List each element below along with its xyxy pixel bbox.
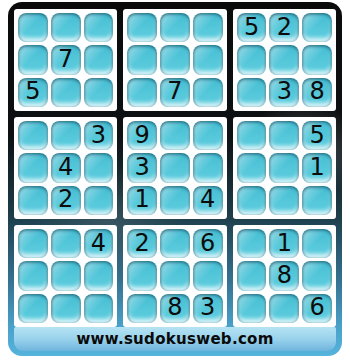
cell-r4c8[interactable] (269, 121, 299, 150)
cell-r7c7[interactable] (237, 229, 267, 258)
cell-r4c1[interactable] (18, 121, 48, 150)
cell-r7c4[interactable]: 2 (127, 229, 157, 258)
cell-r1c4[interactable] (127, 13, 157, 42)
cell-r7c9[interactable] (302, 229, 332, 258)
cell-r9c5[interactable]: 8 (160, 294, 190, 323)
cell-r1c9[interactable] (302, 13, 332, 42)
block-2-3: 51 (233, 117, 336, 219)
cell-r4c9[interactable]: 5 (302, 121, 332, 150)
cell-r8c8[interactable]: 8 (269, 261, 299, 290)
cell-r1c8[interactable]: 2 (269, 13, 299, 42)
sudoku-app: 757523834293145142683186 www.sudokusweb.… (0, 0, 350, 360)
cell-r4c4[interactable]: 9 (127, 121, 157, 150)
block-1-1: 75 (14, 9, 117, 111)
cell-r1c7[interactable]: 5 (237, 13, 267, 42)
cell-r5c8[interactable] (269, 153, 299, 182)
cell-r4c2[interactable] (51, 121, 81, 150)
cell-r9c8[interactable] (269, 294, 299, 323)
cell-r2c6[interactable] (193, 45, 223, 74)
cell-r1c1[interactable] (18, 13, 48, 42)
cell-r2c2[interactable]: 7 (51, 45, 81, 74)
cell-r2c4[interactable] (127, 45, 157, 74)
cell-r7c3[interactable]: 4 (84, 229, 114, 258)
cell-r5c7[interactable] (237, 153, 267, 182)
cell-r4c5[interactable] (160, 121, 190, 150)
given-digit: 3 (200, 295, 215, 321)
site-url: www.sudokusweb.com (76, 330, 273, 348)
block-3-1: 4 (14, 225, 117, 327)
cell-r7c8[interactable]: 1 (269, 229, 299, 258)
cell-r6c6[interactable]: 4 (193, 186, 223, 215)
cell-r6c1[interactable] (18, 186, 48, 215)
given-digit: 5 (244, 15, 259, 41)
block-1-2: 7 (123, 9, 226, 111)
cell-r4c3[interactable]: 3 (84, 121, 114, 150)
given-digit: 2 (135, 231, 150, 257)
cell-r8c6[interactable] (193, 261, 223, 290)
cell-r7c5[interactable] (160, 229, 190, 258)
footer-band: www.sudokusweb.com (14, 327, 336, 351)
cell-r8c2[interactable] (51, 261, 81, 290)
cell-r4c6[interactable] (193, 121, 223, 150)
given-digit: 8 (167, 295, 182, 321)
given-digit: 4 (91, 231, 106, 257)
cell-r2c1[interactable] (18, 45, 48, 74)
cell-r3c1[interactable]: 5 (18, 78, 48, 107)
block-3-2: 2683 (123, 225, 226, 327)
given-digit: 8 (277, 263, 292, 289)
cell-r2c8[interactable] (269, 45, 299, 74)
cell-r4c7[interactable] (237, 121, 267, 150)
given-digit: 1 (309, 155, 324, 181)
cell-r3c4[interactable] (127, 78, 157, 107)
given-digit: 1 (277, 231, 292, 257)
given-digit: 3 (277, 79, 292, 105)
given-digit: 9 (135, 123, 150, 149)
cell-r2c5[interactable] (160, 45, 190, 74)
given-digit: 7 (58, 47, 73, 73)
cell-r7c1[interactable] (18, 229, 48, 258)
cell-r7c2[interactable] (51, 229, 81, 258)
cell-r9c3[interactable] (84, 294, 114, 323)
cell-r6c2[interactable]: 2 (51, 186, 81, 215)
cell-r3c9[interactable]: 8 (302, 78, 332, 107)
given-digit: 4 (200, 187, 215, 213)
cell-r2c3[interactable] (84, 45, 114, 74)
given-digit: 4 (58, 155, 73, 181)
cell-r9c9[interactable]: 6 (302, 294, 332, 323)
cell-r5c1[interactable] (18, 153, 48, 182)
given-digit: 2 (277, 15, 292, 41)
given-digit: 6 (200, 231, 215, 257)
cell-r3c7[interactable] (237, 78, 267, 107)
cell-r8c3[interactable] (84, 261, 114, 290)
block-2-2: 9314 (123, 117, 226, 219)
cell-r3c2[interactable] (51, 78, 81, 107)
cell-r9c6[interactable]: 3 (193, 294, 223, 323)
cell-r9c1[interactable] (18, 294, 48, 323)
cell-r7c6[interactable]: 6 (193, 229, 223, 258)
sudoku-board: 757523834293145142683186 (14, 9, 336, 327)
cell-r3c8[interactable]: 3 (269, 78, 299, 107)
block-2-1: 342 (14, 117, 117, 219)
cell-r8c1[interactable] (18, 261, 48, 290)
cell-r6c9[interactable] (302, 186, 332, 215)
cell-r5c3[interactable] (84, 153, 114, 182)
block-1-3: 5238 (233, 9, 336, 111)
given-digit: 3 (135, 155, 150, 181)
given-digit: 2 (58, 187, 73, 213)
cell-r8c4[interactable] (127, 261, 157, 290)
block-3-3: 186 (233, 225, 336, 327)
cell-r1c6[interactable] (193, 13, 223, 42)
cell-r1c2[interactable] (51, 13, 81, 42)
cell-r8c5[interactable] (160, 261, 190, 290)
cell-r3c5[interactable]: 7 (160, 78, 190, 107)
given-digit: 3 (91, 123, 106, 149)
cell-r9c4[interactable] (127, 294, 157, 323)
cell-r6c7[interactable] (237, 186, 267, 215)
given-digit: 8 (309, 79, 324, 105)
given-digit: 5 (25, 79, 40, 105)
cell-r6c8[interactable] (269, 186, 299, 215)
cell-r6c3[interactable] (84, 186, 114, 215)
cell-r6c4[interactable]: 1 (127, 186, 157, 215)
given-digit: 6 (309, 295, 324, 321)
cell-r5c9[interactable]: 1 (302, 153, 332, 182)
cell-r5c4[interactable]: 3 (127, 153, 157, 182)
given-digit: 5 (309, 123, 324, 149)
cell-r5c6[interactable] (193, 153, 223, 182)
board-frame: 757523834293145142683186 www.sudokusweb.… (8, 2, 342, 356)
cell-r3c3[interactable] (84, 78, 114, 107)
cell-r5c5[interactable] (160, 153, 190, 182)
cell-r8c9[interactable] (302, 261, 332, 290)
cell-r5c2[interactable]: 4 (51, 153, 81, 182)
cell-r1c3[interactable] (84, 13, 114, 42)
cell-r9c7[interactable] (237, 294, 267, 323)
cell-r2c7[interactable] (237, 45, 267, 74)
cell-r2c9[interactable] (302, 45, 332, 74)
cell-r3c6[interactable] (193, 78, 223, 107)
cell-r1c5[interactable] (160, 13, 190, 42)
cell-r9c2[interactable] (51, 294, 81, 323)
cell-r8c7[interactable] (237, 261, 267, 290)
given-digit: 1 (135, 187, 150, 213)
given-digit: 7 (167, 79, 182, 105)
cell-r6c5[interactable] (160, 186, 190, 215)
